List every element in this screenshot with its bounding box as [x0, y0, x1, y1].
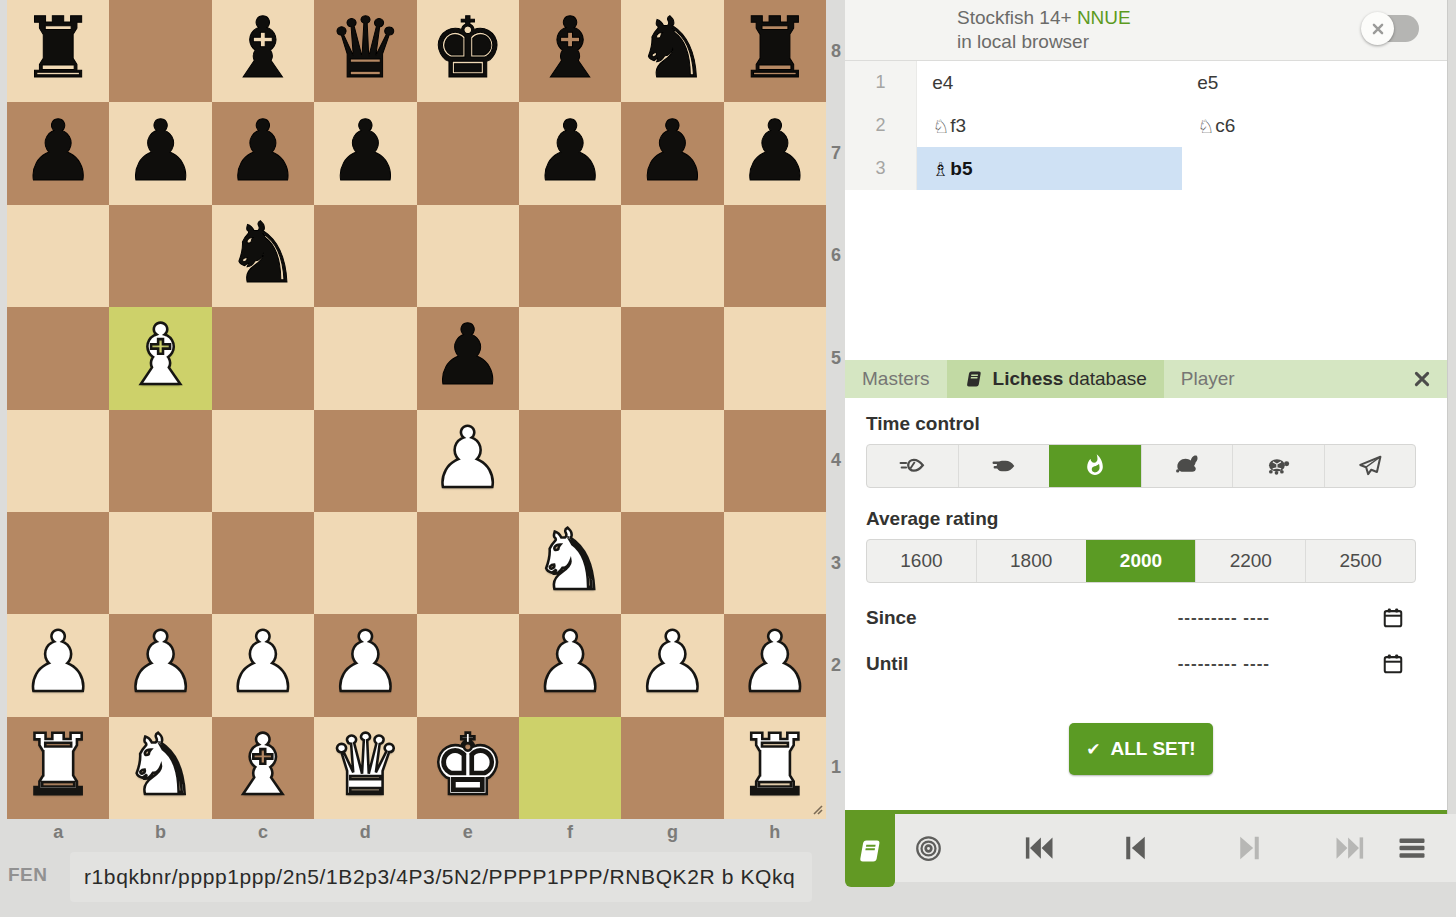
analysis-panel: Stockfish 14+ NNUE in local browser 1e4e…: [845, 0, 1447, 814]
square-c5[interactable]: [212, 307, 314, 409]
opening-explorer-button[interactable]: [845, 814, 895, 887]
rank-label-2: 2: [827, 614, 845, 716]
square-h7[interactable]: ♟: [724, 102, 826, 204]
square-a1[interactable]: ♜: [7, 717, 109, 819]
black-pawn[interactable]: ♟: [532, 109, 607, 193]
black-pawn[interactable]: ♟: [225, 109, 300, 193]
move-black-piece-c6[interactable]: ♘c6: [1182, 104, 1447, 147]
engine-name: Stockfish 14+: [957, 7, 1072, 28]
black-rook[interactable]: ♜: [21, 6, 96, 90]
all-set-label: ALL SET!: [1111, 738, 1196, 760]
black-pawn[interactable]: ♟: [737, 109, 812, 193]
white-pawn[interactable]: ♟: [737, 620, 812, 704]
explorer-config: Time control Average rating 160018002000…: [866, 398, 1416, 775]
fen-label: FEN: [8, 864, 48, 886]
square-d3[interactable]: [314, 512, 416, 614]
file-label-d: d: [314, 819, 416, 845]
black-pawn[interactable]: ♟: [328, 109, 403, 193]
square-h5[interactable]: [724, 307, 826, 409]
close-icon[interactable]: [1413, 370, 1431, 388]
average-rating-selector: 16001800200022002500: [866, 539, 1416, 583]
white-pawn[interactable]: ♟: [532, 620, 607, 704]
square-a7[interactable]: ♟: [7, 102, 109, 204]
engine-nnue-label: NNUE: [1077, 7, 1131, 28]
square-h6[interactable]: [724, 205, 826, 307]
square-e6[interactable]: [417, 205, 519, 307]
x-icon: [1371, 22, 1385, 36]
square-e8[interactable]: ♚: [417, 0, 519, 102]
square-h8[interactable]: ♜: [724, 0, 826, 102]
square-b2[interactable]: ♟: [109, 614, 211, 716]
square-c7[interactable]: ♟: [212, 102, 314, 204]
book-icon: [856, 837, 884, 865]
square-f8[interactable]: ♝: [519, 0, 621, 102]
engine-subtitle: in local browser: [957, 30, 1131, 54]
square-e7[interactable]: [417, 102, 519, 204]
move-list: 1e4e52♘f3♘c63♗b5: [845, 61, 1447, 190]
white-rook[interactable]: ♜: [21, 723, 96, 807]
rank-label-8: 8: [827, 0, 845, 102]
calendar-icon[interactable]: [1382, 653, 1404, 675]
ultrabullet-time-control-button[interactable]: [867, 445, 958, 487]
black-knight[interactable]: ♞: [225, 211, 300, 295]
black-bishop[interactable]: ♝: [225, 6, 300, 90]
previous-move-button[interactable]: [1118, 831, 1152, 865]
file-label-c: c: [212, 819, 314, 845]
move-number: 2: [845, 104, 917, 147]
square-d7[interactable]: ♟: [314, 102, 416, 204]
tab-masters[interactable]: Masters: [845, 360, 947, 398]
white-knight[interactable]: ♞: [123, 723, 198, 807]
explorer-tab-bar: Masters Lichess database Player: [845, 360, 1447, 398]
square-e4[interactable]: ♟: [417, 410, 519, 512]
target-icon: [915, 835, 942, 862]
correspondence-time-control-button[interactable]: [1324, 445, 1416, 487]
skip-last-icon: [1335, 833, 1365, 863]
move-black-pawn-e5[interactable]: e5: [1182, 61, 1447, 104]
correspondence-icon: [1357, 453, 1383, 479]
move-number: 3: [845, 147, 917, 190]
rating-button-2200[interactable]: 2200: [1195, 540, 1305, 582]
rating-button-1600[interactable]: 1600: [867, 540, 976, 582]
file-label-h: h: [724, 819, 826, 845]
square-a2[interactable]: ♟: [7, 614, 109, 716]
white-knight[interactable]: ♞: [532, 518, 607, 602]
rank-label-5: 5: [827, 307, 845, 409]
book-icon: [964, 369, 984, 389]
move-row: 3♗b5: [845, 147, 1447, 190]
average-rating-heading: Average rating: [866, 508, 1416, 530]
since-row: Since --------- ----: [866, 607, 1416, 629]
square-a4[interactable]: [7, 410, 109, 512]
move-white-piece-b5[interactable]: ♗b5: [917, 147, 1182, 190]
white-bishop[interactable]: ♝: [225, 723, 300, 807]
time-control-heading: Time control: [866, 413, 1416, 435]
rapid-time-control-button[interactable]: [1141, 445, 1233, 487]
tab-lichess-label: Lichess database: [993, 368, 1147, 390]
until-row: Until --------- ----: [866, 653, 1416, 675]
white-rook[interactable]: ♜: [737, 723, 812, 807]
square-g8[interactable]: ♞: [621, 0, 723, 102]
next-move-button[interactable]: [1233, 831, 1267, 865]
square-e2[interactable]: [417, 614, 519, 716]
move-row: 2♘f3♘c6: [845, 104, 1447, 147]
step-back-icon: [1120, 833, 1150, 863]
square-b8[interactable]: [109, 0, 211, 102]
file-label-b: b: [109, 819, 211, 845]
square-g5[interactable]: [621, 307, 723, 409]
white-pawn[interactable]: ♟: [21, 620, 96, 704]
fen-input[interactable]: [70, 852, 812, 902]
blitz-time-control-button[interactable]: [1049, 445, 1141, 487]
square-g3[interactable]: [621, 512, 723, 614]
square-g6[interactable]: [621, 205, 723, 307]
engine-toggle-knob: [1361, 12, 1394, 45]
move-white-pawn-e4[interactable]: e4: [917, 61, 1182, 104]
square-f6[interactable]: [519, 205, 621, 307]
white-bishop[interactable]: ♝: [123, 313, 198, 397]
square-f3[interactable]: ♞: [519, 512, 621, 614]
figurine-icon: ♗: [932, 158, 949, 180]
square-h2[interactable]: ♟: [724, 614, 826, 716]
chess-board: ♜♝♛♚♝♞♜♟♟♟♟♟♟♟♞♝♟♟♞♟♟♟♟♟♟♟♜♞♝♛♚♜: [7, 0, 826, 819]
bullet-icon: [991, 453, 1017, 479]
square-b6[interactable]: [109, 205, 211, 307]
move-white-piece-f3[interactable]: ♘f3: [917, 104, 1182, 147]
white-queen[interactable]: ♛: [328, 723, 403, 807]
board-resize-handle[interactable]: [808, 800, 824, 816]
rank-label-6: 6: [827, 205, 845, 307]
file-labels: abcdefgh: [7, 819, 826, 845]
rank-label-1: 1: [827, 717, 845, 819]
white-pawn[interactable]: ♟: [430, 416, 505, 500]
square-f4[interactable]: [519, 410, 621, 512]
square-a6[interactable]: [7, 205, 109, 307]
step-forward-icon: [1235, 833, 1265, 863]
square-d5[interactable]: [314, 307, 416, 409]
rank-labels: 87654321: [827, 0, 845, 819]
classical-icon: [1265, 453, 1291, 479]
square-a3[interactable]: [7, 512, 109, 614]
ultrabullet-icon: [899, 453, 925, 479]
square-g4[interactable]: [621, 410, 723, 512]
engine-toggle[interactable]: [1365, 15, 1419, 42]
square-e3[interactable]: [417, 512, 519, 614]
square-f5[interactable]: [519, 307, 621, 409]
rank-label-3: 3: [827, 512, 845, 614]
engine-title-block: Stockfish 14+ NNUE in local browser: [957, 6, 1131, 54]
white-pawn[interactable]: ♟: [635, 620, 710, 704]
square-d8[interactable]: ♛: [314, 0, 416, 102]
calendar-icon[interactable]: [1382, 607, 1404, 629]
square-d4[interactable]: [314, 410, 416, 512]
black-bishop[interactable]: ♝: [532, 6, 607, 90]
menu-icon: [1397, 833, 1427, 863]
tab-lichess-database[interactable]: Lichess database: [947, 360, 1164, 398]
file-label-e: e: [417, 819, 519, 845]
square-c8[interactable]: ♝: [212, 0, 314, 102]
until-date-field[interactable]: --------- ----: [1178, 654, 1270, 674]
go-to-last-move-button[interactable]: [1333, 831, 1367, 865]
white-king[interactable]: ♚: [430, 723, 505, 807]
square-e1[interactable]: ♚: [417, 717, 519, 819]
until-label: Until: [866, 653, 908, 675]
go-to-first-move-button[interactable]: [1022, 831, 1056, 865]
white-pawn[interactable]: ♟: [328, 620, 403, 704]
engine-header: Stockfish 14+ NNUE in local browser: [845, 0, 1447, 61]
square-b5[interactable]: ♝: [109, 307, 211, 409]
white-pawn[interactable]: ♟: [225, 620, 300, 704]
rating-button-2500[interactable]: 2500: [1305, 540, 1415, 582]
practice-target-button[interactable]: [911, 831, 945, 865]
square-a5[interactable]: [7, 307, 109, 409]
time-control-selector: [866, 444, 1416, 488]
square-c6[interactable]: ♞: [212, 205, 314, 307]
square-g7[interactable]: ♟: [621, 102, 723, 204]
square-h3[interactable]: [724, 512, 826, 614]
rating-button-1800[interactable]: 1800: [976, 540, 1086, 582]
square-g2[interactable]: ♟: [621, 614, 723, 716]
square-d2[interactable]: ♟: [314, 614, 416, 716]
since-date-field[interactable]: --------- ----: [1178, 608, 1270, 628]
black-queen[interactable]: ♛: [328, 6, 403, 90]
skip-first-icon: [1024, 833, 1054, 863]
square-b7[interactable]: ♟: [109, 102, 211, 204]
square-f1[interactable]: [519, 717, 621, 819]
check-icon: ✔: [1086, 739, 1100, 759]
square-e5[interactable]: ♟: [417, 307, 519, 409]
tab-player[interactable]: Player: [1164, 360, 1252, 398]
file-label-g: g: [621, 819, 723, 845]
rating-button-2000[interactable]: 2000: [1086, 540, 1196, 582]
bullet-time-control-button[interactable]: [958, 445, 1050, 487]
bottom-toolbar: [845, 814, 1456, 882]
square-f7[interactable]: ♟: [519, 102, 621, 204]
file-label-f: f: [519, 819, 621, 845]
rapid-icon: [1174, 453, 1200, 479]
classical-time-control-button[interactable]: [1232, 445, 1324, 487]
black-pawn[interactable]: ♟: [635, 109, 710, 193]
move-row: 1e4e5: [845, 61, 1447, 104]
black-pawn[interactable]: ♟: [430, 313, 505, 397]
all-set-button[interactable]: ✔ ALL SET!: [1069, 723, 1213, 775]
square-d6[interactable]: [314, 205, 416, 307]
square-c2[interactable]: ♟: [212, 614, 314, 716]
square-b3[interactable]: [109, 512, 211, 614]
black-pawn[interactable]: ♟: [123, 109, 198, 193]
rank-label-4: 4: [827, 410, 845, 512]
move-cell-empty: [1182, 147, 1447, 190]
tab-masters-label: Masters: [862, 368, 930, 390]
rank-label-7: 7: [827, 102, 845, 204]
figurine-icon: ♘: [1197, 115, 1214, 137]
blitz-icon: [1082, 453, 1108, 479]
white-pawn[interactable]: ♟: [123, 620, 198, 704]
square-h4[interactable]: [724, 410, 826, 512]
figurine-icon: ♘: [932, 115, 949, 137]
square-f2[interactable]: ♟: [519, 614, 621, 716]
black-knight[interactable]: ♞: [635, 6, 710, 90]
black-pawn[interactable]: ♟: [21, 109, 96, 193]
square-c1[interactable]: ♝: [212, 717, 314, 819]
lichess-analysis-page: ♜♝♛♚♝♞♜♟♟♟♟♟♟♟♞♝♟♟♞♟♟♟♟♟♟♟♜♞♝♛♚♜ 8765432…: [0, 0, 1456, 917]
square-b1[interactable]: ♞: [109, 717, 211, 819]
square-c3[interactable]: [212, 512, 314, 614]
move-number: 1: [845, 61, 917, 104]
file-label-a: a: [7, 819, 109, 845]
since-label: Since: [866, 607, 917, 629]
square-g1[interactable]: [621, 717, 723, 819]
black-rook[interactable]: ♜: [737, 6, 812, 90]
square-c4[interactable]: [212, 410, 314, 512]
menu-button[interactable]: [1395, 831, 1429, 865]
square-b4[interactable]: [109, 410, 211, 512]
square-a8[interactable]: ♜: [7, 0, 109, 102]
tab-player-label: Player: [1181, 368, 1235, 390]
black-king[interactable]: ♚: [430, 6, 505, 90]
square-d1[interactable]: ♛: [314, 717, 416, 819]
